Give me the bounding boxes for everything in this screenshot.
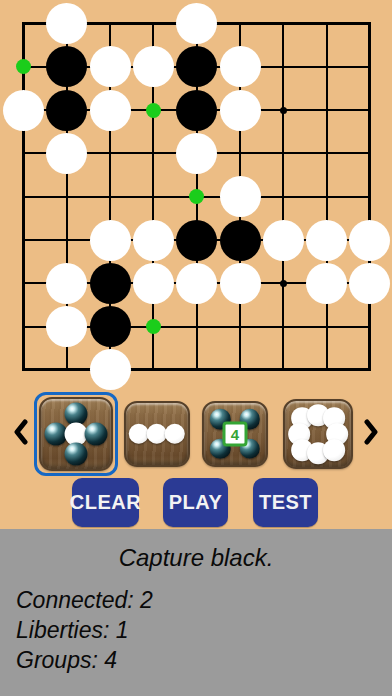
thumbnail-puzzle-eight-white-ring[interactable]: [278, 394, 358, 474]
white-stone[interactable]: [176, 263, 217, 304]
white-stone[interactable]: [176, 133, 217, 174]
black-stone[interactable]: [176, 90, 217, 131]
star-point: [280, 280, 287, 287]
white-stone[interactable]: [263, 220, 304, 261]
white-stone[interactable]: [133, 46, 174, 87]
white-stone[interactable]: [349, 263, 390, 304]
white-stone[interactable]: [349, 220, 390, 261]
white-stone[interactable]: [133, 220, 174, 261]
black-stone[interactable]: [90, 263, 131, 304]
wood-tile: [124, 401, 190, 467]
white-stone[interactable]: [133, 263, 174, 304]
white-stone[interactable]: [90, 220, 131, 261]
white-stone[interactable]: [220, 176, 261, 217]
white-stone[interactable]: [220, 90, 261, 131]
white-stone[interactable]: [306, 220, 347, 261]
liberty-marker: [146, 319, 161, 334]
black-stone: [65, 443, 88, 466]
liberty-marker: [146, 103, 161, 118]
stats-block: Connected: 2 Liberties: 1 Groups: 4: [16, 587, 392, 673]
white-stone: [323, 439, 345, 461]
wood-tile: 4: [202, 401, 268, 467]
wood-tile: [39, 397, 113, 471]
status-panel: Capture black. Connected: 2 Liberties: 1…: [0, 529, 392, 696]
thumbnail-puzzle-capture-cross[interactable]: [34, 392, 118, 476]
white-stone[interactable]: [306, 263, 347, 304]
groups-stat: Groups: 4: [16, 647, 392, 673]
star-point: [280, 107, 287, 114]
white-stone: [165, 424, 185, 444]
chevron-left-icon[interactable]: [12, 418, 30, 446]
go-board[interactable]: [0, 0, 392, 392]
count-badge: 4: [223, 422, 248, 447]
black-stone: [85, 423, 108, 446]
instruction-text: Capture black.: [0, 529, 392, 572]
white-stone[interactable]: [46, 133, 87, 174]
thumbnail-puzzle-four-black-badge[interactable]: 4: [197, 396, 273, 472]
black-stone[interactable]: [90, 306, 131, 347]
white-stone[interactable]: [46, 3, 87, 44]
white-stone[interactable]: [90, 46, 131, 87]
white-stone[interactable]: [220, 46, 261, 87]
app-screen: 4 CLEAR PLAY TEST Capture black. Connect…: [0, 0, 392, 696]
white-stone[interactable]: [176, 3, 217, 44]
white-stone[interactable]: [90, 349, 131, 390]
wood-tile: [283, 399, 353, 469]
clear-button[interactable]: CLEAR: [72, 478, 139, 527]
white-stone[interactable]: [46, 263, 87, 304]
grid-line: [282, 24, 284, 370]
black-stone[interactable]: [176, 220, 217, 261]
liberties-stat: Liberties: 1: [16, 617, 392, 643]
grid-line: [326, 24, 328, 370]
white-stone[interactable]: [3, 90, 44, 131]
black-stone[interactable]: [46, 90, 87, 131]
connected-stat: Connected: 2: [16, 587, 392, 613]
test-button[interactable]: TEST: [253, 478, 318, 527]
black-stone[interactable]: [220, 220, 261, 261]
chevron-right-icon[interactable]: [362, 418, 380, 446]
play-button[interactable]: PLAY: [163, 478, 228, 527]
white-stone[interactable]: [220, 263, 261, 304]
white-stone[interactable]: [90, 90, 131, 131]
thumbnail-puzzle-three-white-row[interactable]: [119, 396, 195, 472]
